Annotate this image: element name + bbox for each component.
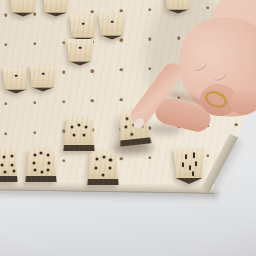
shogi-piece-bishop_dash[interactable]: [172, 148, 206, 184]
piece-dot-mark: [84, 126, 87, 129]
piece-dot-mark: [125, 117, 128, 120]
shogi-piece-king[interactable]: [24, 146, 58, 182]
piece-dash-mark: [195, 161, 197, 166]
piece-face: [0, 146, 19, 182]
piece-face: [86, 149, 120, 185]
piece-dot-mark: [40, 152, 43, 155]
shogi-piece-pawn[interactable]: [66, 39, 95, 66]
shogi-piece-rook[interactable]: [115, 107, 153, 146]
piece-dot-mark: [132, 123, 135, 126]
piece-face: [29, 65, 58, 92]
piece-dot-mark: [32, 161, 35, 164]
piece-face: [172, 148, 206, 184]
piece-dot-mark: [130, 132, 133, 135]
piece-face: [24, 146, 58, 182]
piece-face: [42, 0, 71, 17]
shogi-piece-pawn[interactable]: [69, 15, 98, 42]
piece-dash-mark: [182, 162, 184, 167]
piece-dot-mark: [33, 154, 36, 157]
piece-dot-mark: [140, 124, 143, 127]
piece-dot-mark: [47, 161, 50, 164]
fingertip-shadow: [148, 124, 182, 135]
piece-dot-mark: [10, 163, 13, 166]
piece-dot-mark: [46, 154, 49, 157]
photo-tactile-shogi-scene: [0, 0, 256, 256]
piece-dot-mark: [102, 155, 105, 158]
shogi-piece-pawn[interactable]: [42, 0, 71, 17]
shogi-piece-partial6[interactable]: [0, 146, 19, 182]
shogi-piece-pawn[interactable]: [98, 13, 127, 40]
piece-face: [115, 107, 153, 146]
piece-dot-mark: [124, 125, 127, 128]
piece-dot-mark: [79, 46, 82, 49]
piece-dot-mark: [95, 166, 98, 169]
shogi-piece-pawn[interactable]: [9, 0, 38, 17]
piece-dot-mark: [71, 126, 74, 129]
piece-dot-mark: [83, 134, 86, 137]
piece-dot-mark: [42, 72, 45, 75]
piece-dash-mark: [193, 152, 195, 157]
piece-dot-mark: [0, 163, 3, 166]
piece-dot-mark: [2, 155, 5, 158]
piece-face: [164, 0, 193, 14]
piece-dot-mark: [108, 167, 111, 170]
piece-dash-mark: [185, 154, 187, 159]
piece-face: [66, 39, 95, 66]
piece-dot-mark: [12, 170, 15, 173]
piece-dot-mark: [101, 173, 104, 176]
piece-dot-mark: [72, 134, 75, 137]
piece-dot-mark: [132, 115, 135, 118]
piece-dot-mark: [95, 158, 98, 161]
piece-dot-mark: [77, 123, 80, 126]
piece-dot-mark: [82, 22, 85, 25]
piece-dot-mark: [40, 170, 43, 173]
shogi-piece-pawn[interactable]: [164, 0, 193, 14]
piece-dot-mark: [15, 74, 18, 77]
shogi-piece-gold[interactable]: [62, 115, 96, 151]
piece-face: [9, 0, 38, 17]
piece-face: [2, 67, 31, 94]
piece-dot-mark: [11, 155, 14, 158]
piece-face: [69, 15, 98, 42]
piece-face: [62, 115, 96, 151]
piece-dash-mark: [189, 165, 191, 170]
shogi-piece-pawn[interactable]: [2, 67, 31, 94]
piece-dot-mark: [4, 170, 7, 173]
shogi-piece-bishop[interactable]: [86, 149, 120, 185]
shogi-piece-pawn[interactable]: [29, 65, 58, 92]
piece-dot-mark: [111, 20, 114, 23]
piece-dot-mark: [34, 168, 37, 171]
piece-dot-mark: [109, 158, 112, 161]
piece-dot-mark: [139, 117, 142, 120]
piece-face: [98, 13, 127, 40]
piece-dash-mark: [192, 171, 194, 176]
piece-dot-mark: [46, 168, 49, 171]
